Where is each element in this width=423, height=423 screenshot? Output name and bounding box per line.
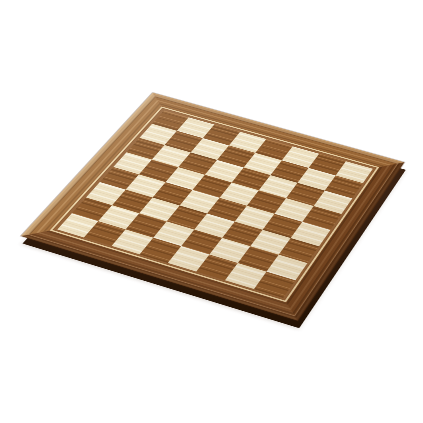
- product-photo-canvas: [0, 0, 423, 423]
- chess-board: [21, 93, 404, 321]
